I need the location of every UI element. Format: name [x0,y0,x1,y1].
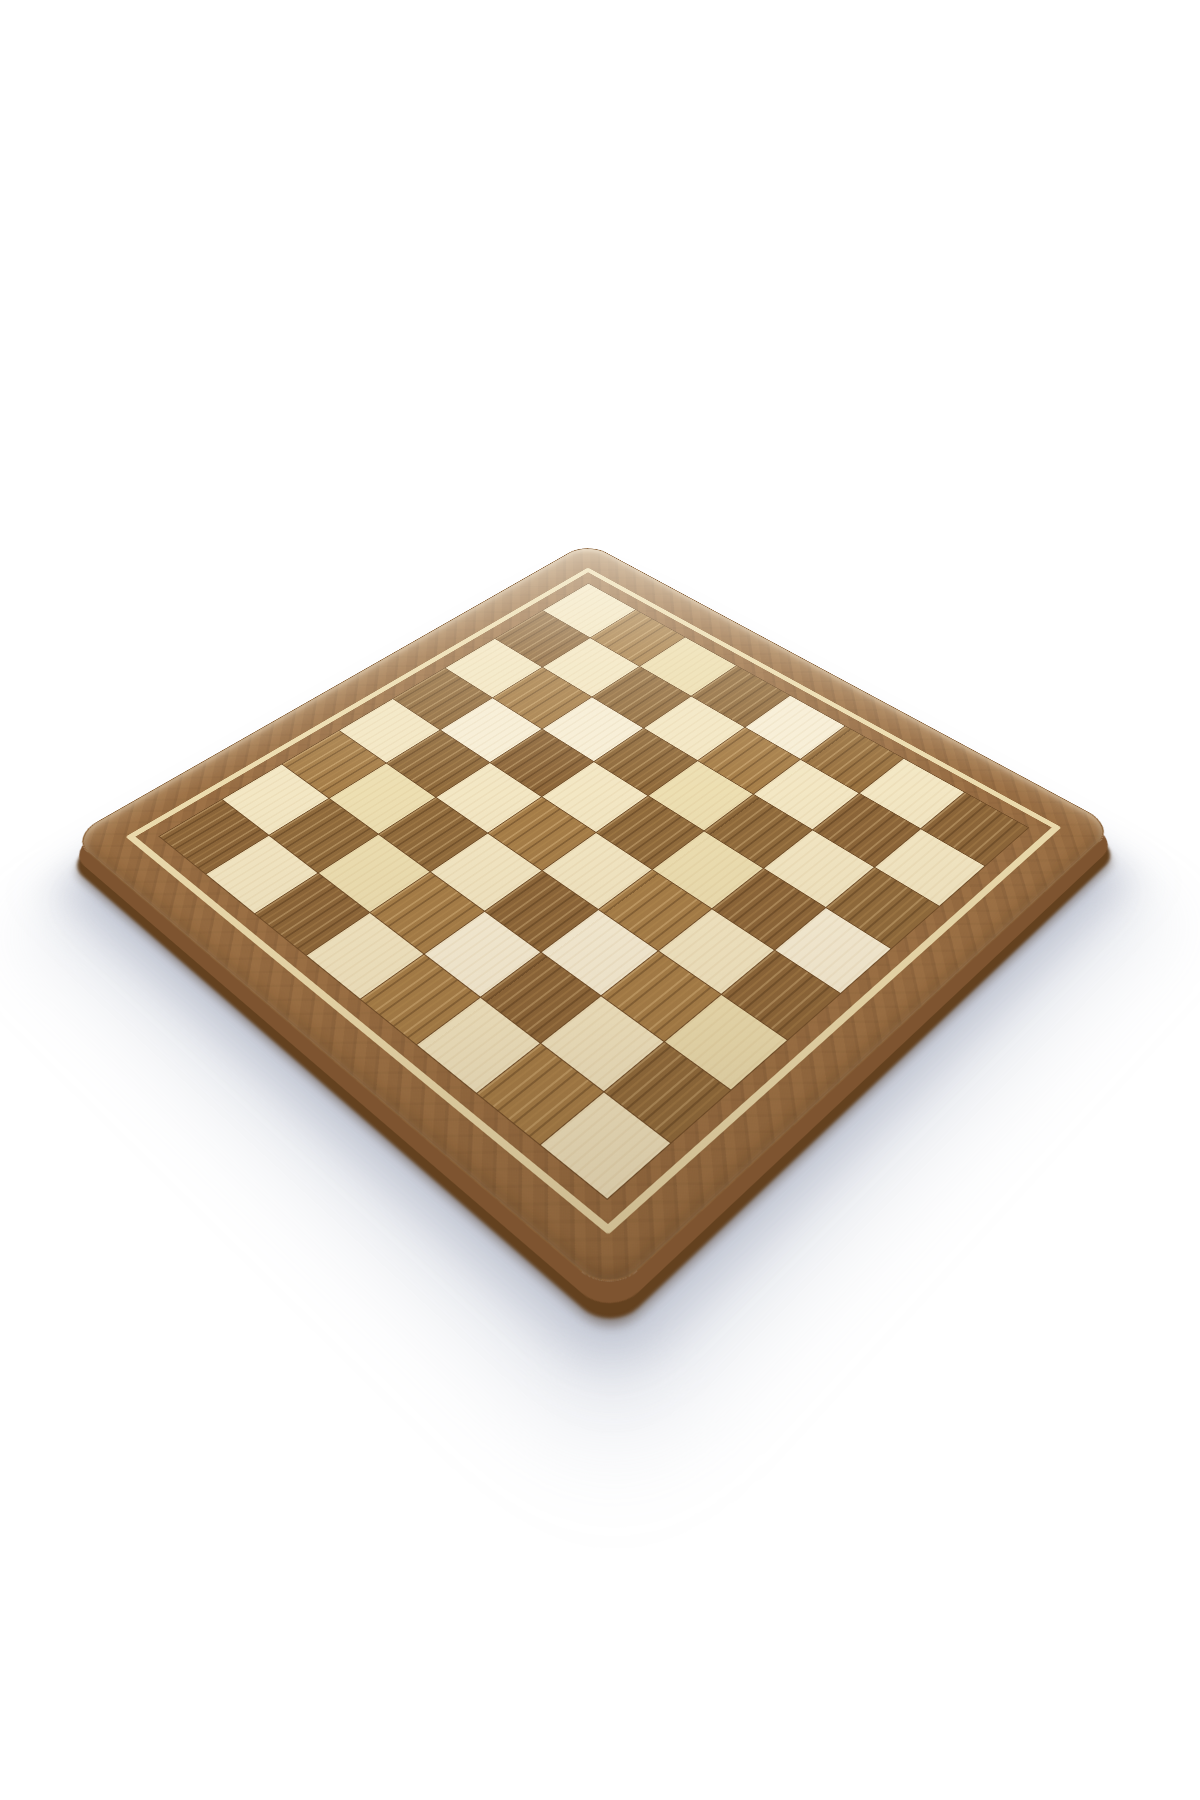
board-field [158,583,1029,1200]
board-scene [223,459,969,1205]
product-photo [0,0,1200,1800]
chess-board [70,542,1116,1296]
